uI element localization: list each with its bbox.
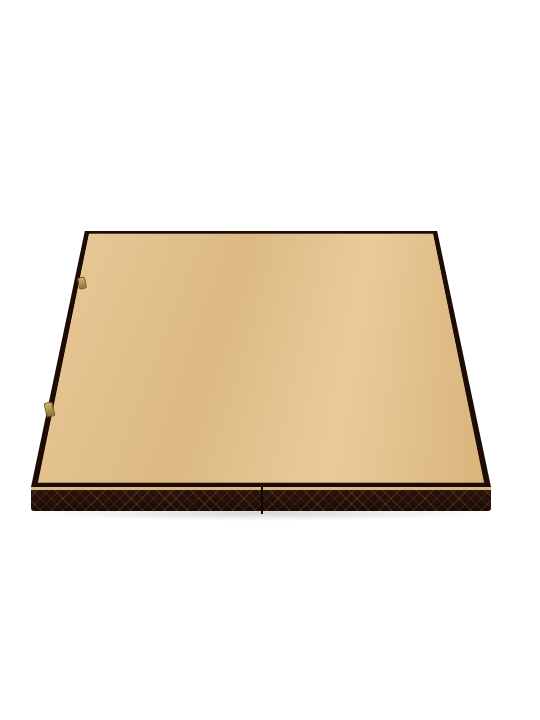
- board-side-face: [31, 487, 491, 511]
- chess-board: [31, 231, 491, 487]
- board-border-panel: [38, 234, 484, 483]
- product-photo-stage: [0, 0, 540, 720]
- board-fold-seam: [261, 487, 263, 514]
